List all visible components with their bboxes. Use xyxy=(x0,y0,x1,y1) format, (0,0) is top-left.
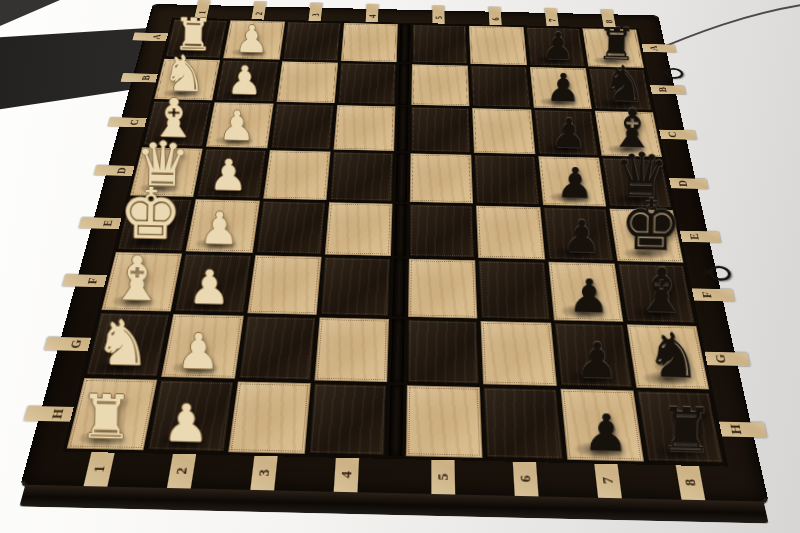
board-grid: ♜♟♟♜♞♟♟♞♝♟♟♝♛♟♟♛♚♟♟♚♝♟♟♝♞♟♟♞♜♟♟♜ xyxy=(62,17,728,466)
square-H8: ♜ xyxy=(637,391,725,463)
piece-black-pawn: ♟ xyxy=(567,272,609,319)
piece-white-pawn: ♟ xyxy=(227,61,263,101)
square-F8: ♝ xyxy=(617,264,695,324)
square-C4 xyxy=(333,105,395,151)
square-H5 xyxy=(406,386,483,458)
square-G8: ♞ xyxy=(627,324,710,390)
square-F3 xyxy=(247,255,321,314)
square-H6 xyxy=(483,387,563,459)
scene: 12345678 12345678 ABCDEFGH ABCDEFGH ♜♟♟♜… xyxy=(0,0,800,533)
square-F4 xyxy=(320,257,391,316)
square-H2: ♟ xyxy=(147,380,234,452)
hinge-seam xyxy=(395,153,407,202)
square-H1: ♜ xyxy=(67,378,158,450)
hinge-seam xyxy=(388,385,403,456)
square-A3 xyxy=(282,22,341,61)
square-F7: ♟ xyxy=(548,262,623,322)
square-B2: ♟ xyxy=(215,60,279,102)
square-D6 xyxy=(474,155,539,205)
piece-black-pawn: ♟ xyxy=(555,161,594,204)
square-D3 xyxy=(263,150,331,200)
piece-white-king: ♚ xyxy=(119,178,183,249)
piece-white-pawn: ♟ xyxy=(163,398,210,450)
square-D7: ♟ xyxy=(538,156,606,206)
square-E7: ♟ xyxy=(543,207,614,261)
piece-white-pawn: ♟ xyxy=(209,154,248,197)
piece-black-pawn: ♟ xyxy=(574,336,619,385)
chess-board: 12345678 12345678 ABCDEFGH ABCDEFGH ♜♟♟♜… xyxy=(23,5,766,501)
square-G1: ♞ xyxy=(85,312,171,377)
square-B3 xyxy=(276,61,338,103)
piece-white-pawn: ♟ xyxy=(219,105,256,146)
square-G5 xyxy=(407,319,480,384)
square-B7: ♟ xyxy=(529,67,591,109)
square-H4 xyxy=(308,384,387,456)
piece-black-pawn: ♟ xyxy=(545,68,581,108)
square-F6 xyxy=(478,260,550,320)
square-E4 xyxy=(325,202,393,256)
piece-white-knight: ♞ xyxy=(94,312,151,375)
square-C3 xyxy=(270,104,335,150)
piece-black-pawn: ♟ xyxy=(550,113,587,154)
hinge-seam xyxy=(397,107,409,152)
square-D4 xyxy=(329,152,394,202)
square-C2: ♟ xyxy=(206,102,273,148)
photo-stage: 12345678 12345678 ABCDEFGH ABCDEFGH ♜♟♟♜… xyxy=(0,0,800,533)
square-D2: ♟ xyxy=(196,149,266,199)
square-H3 xyxy=(228,382,311,454)
square-C7: ♟ xyxy=(533,110,598,156)
square-E5 xyxy=(409,204,475,258)
square-G7: ♟ xyxy=(554,323,633,389)
hinge-seam xyxy=(392,258,406,316)
square-A5 xyxy=(412,24,468,63)
square-C6 xyxy=(472,108,535,154)
piece-white-pawn: ♟ xyxy=(199,206,239,251)
square-B4 xyxy=(337,62,397,104)
square-G2: ♟ xyxy=(161,314,243,379)
piece-white-bishop: ♝ xyxy=(109,247,165,309)
square-H7: ♟ xyxy=(560,389,644,461)
square-D5 xyxy=(410,153,473,203)
square-G4 xyxy=(314,317,389,382)
hinge-seam xyxy=(394,203,407,256)
piece-black-pawn: ♟ xyxy=(582,407,629,459)
piece-white-pawn: ♟ xyxy=(176,327,221,376)
square-G3 xyxy=(238,316,316,381)
piece-white-rook: ♜ xyxy=(79,386,134,448)
square-A2: ♟ xyxy=(223,20,284,59)
piece-white-pawn: ♟ xyxy=(235,20,269,58)
hinge-seam xyxy=(390,319,404,383)
square-E2: ♟ xyxy=(186,199,260,253)
square-G6 xyxy=(481,321,557,386)
piece-black-pawn: ♟ xyxy=(540,27,574,65)
piece-black-rook: ♜ xyxy=(658,400,713,462)
piece-black-pawn: ♟ xyxy=(561,214,601,259)
board-frame: 12345678 12345678 ABCDEFGH ABCDEFGH ♜♟♟♜… xyxy=(23,5,766,501)
frame-seam-gap xyxy=(400,11,410,23)
square-E3 xyxy=(255,200,326,254)
square-E6 xyxy=(476,205,544,259)
square-F5 xyxy=(408,259,478,318)
square-F1: ♝ xyxy=(101,252,182,311)
piece-white-pawn: ♟ xyxy=(189,264,231,311)
frame-seam-gap xyxy=(387,459,402,493)
square-B6 xyxy=(471,65,531,107)
square-C5 xyxy=(411,107,472,153)
square-A4 xyxy=(341,23,398,62)
piece-black-bishop: ♝ xyxy=(633,259,689,321)
piece-black-knight: ♞ xyxy=(645,325,702,388)
square-B5 xyxy=(411,64,469,106)
square-F2: ♟ xyxy=(174,254,252,313)
square-A6 xyxy=(469,26,527,65)
hinge-seam xyxy=(398,64,409,105)
square-A7: ♟ xyxy=(526,27,586,66)
hinge-seam xyxy=(399,24,410,62)
piece-black-king: ♚ xyxy=(619,190,683,261)
